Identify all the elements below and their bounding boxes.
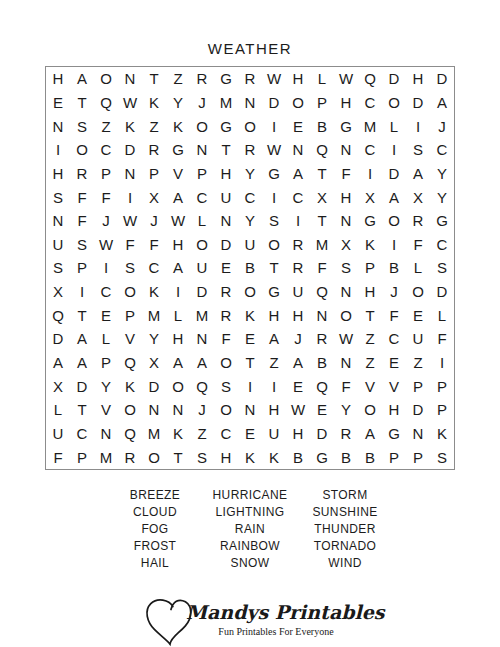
grid-cell-r3c8: G	[214, 114, 238, 138]
word-list-column-1: BREEZECLOUDFOGFROSTHAIL	[108, 487, 203, 572]
grid-cell-r10c5: K	[142, 280, 166, 304]
grid-cell-r15c10: H	[262, 398, 286, 422]
grid-cell-r11c17: L	[430, 303, 454, 327]
grid-cell-r7c14: G	[358, 209, 382, 233]
grid-cell-r16c14: A	[358, 422, 382, 446]
grid-cell-r4c14: C	[358, 138, 382, 162]
grid-cell-r3c1: N	[46, 114, 70, 138]
grid-cell-r6c6: A	[166, 185, 190, 209]
grid-cell-r12c6: H	[166, 327, 190, 351]
grid-cell-r7c3: J	[94, 209, 118, 233]
grid-cell-r11c2: T	[70, 303, 94, 327]
grid-cell-r8c12: M	[310, 233, 334, 257]
grid-cell-r17c11: B	[286, 445, 310, 469]
grid-cell-r1c10: W	[262, 67, 286, 91]
brand-logo: Mandys Printables Fun Printables For Eve…	[0, 593, 500, 647]
grid-cell-r9c13: S	[334, 256, 358, 280]
grid-cell-r15c12: E	[310, 398, 334, 422]
grid-cell-r5c8: H	[214, 162, 238, 186]
grid-cell-r16c11: H	[286, 422, 310, 446]
grid-cell-r12c11: J	[286, 327, 310, 351]
grid-cell-r11c9: K	[238, 303, 262, 327]
grid-cell-r3c6: K	[166, 114, 190, 138]
grid-cell-r8c4: F	[118, 233, 142, 257]
grid-cell-r13c8: O	[214, 351, 238, 375]
grid-cell-r4c8: T	[214, 138, 238, 162]
grid-cell-r15c2: T	[70, 398, 94, 422]
grid-cell-r7c9: Y	[238, 209, 262, 233]
grid-cell-r9c5: C	[142, 256, 166, 280]
grid-cell-r8c10: O	[262, 233, 286, 257]
grid-cell-r1c13: W	[334, 67, 358, 91]
grid-cell-r6c8: U	[214, 185, 238, 209]
grid-cell-r8c7: O	[190, 233, 214, 257]
grid-cell-r15c11: W	[286, 398, 310, 422]
grid-cell-r8c13: X	[334, 233, 358, 257]
grid-cell-r14c7: Q	[190, 374, 214, 398]
word-frost: FROST	[108, 538, 203, 555]
grid-cell-r10c14: H	[358, 280, 382, 304]
grid-cell-r2c1: E	[46, 91, 70, 115]
grid-cell-r15c17: P	[430, 398, 454, 422]
grid-cell-r14c6: O	[166, 374, 190, 398]
grid-cell-r15c1: L	[46, 398, 70, 422]
grid-cell-r14c16: P	[406, 374, 430, 398]
grid-cell-r3c3: Z	[94, 114, 118, 138]
grid-cell-r5c2: R	[70, 162, 94, 186]
grid-cell-r3c14: M	[358, 114, 382, 138]
grid-cell-r16c7: Z	[190, 422, 214, 446]
grid-cell-r10c1: X	[46, 280, 70, 304]
word-rain: RAIN	[203, 521, 298, 538]
grid-cell-r6c16: X	[406, 185, 430, 209]
word-list-column-3: STORMSUNSHINETHUNDERTORNADOWIND	[298, 487, 393, 572]
grid-cell-r12c12: R	[310, 327, 334, 351]
grid-cell-r11c14: T	[358, 303, 382, 327]
grid-cell-r5c6: V	[166, 162, 190, 186]
grid-cell-r2c13: H	[334, 91, 358, 115]
word-storm: STORM	[298, 487, 393, 504]
grid-cell-r14c11: E	[286, 374, 310, 398]
grid-cell-r11c7: M	[190, 303, 214, 327]
grid-cell-r13c4: Q	[118, 351, 142, 375]
grid-cell-r17c8: H	[214, 445, 238, 469]
grid-cell-r4c13: N	[334, 138, 358, 162]
grid-cell-r13c15: E	[382, 351, 406, 375]
grid-cell-r11c8: R	[214, 303, 238, 327]
grid-cell-r7c13: N	[334, 209, 358, 233]
grid-cell-r17c6: T	[166, 445, 190, 469]
grid-cell-r3c2: S	[70, 114, 94, 138]
grid-cell-r10c3: C	[94, 280, 118, 304]
grid-cell-r5c1: H	[46, 162, 70, 186]
word-thunder: THUNDER	[298, 521, 393, 538]
grid-cell-r6c4: I	[118, 185, 142, 209]
grid-cell-r2c11: O	[286, 91, 310, 115]
grid-cell-r12c2: A	[70, 327, 94, 351]
grid-cell-r16c6: K	[166, 422, 190, 446]
grid-cell-r16c1: U	[46, 422, 70, 446]
grid-cell-r13c6: A	[166, 351, 190, 375]
grid-cell-r4c16: S	[406, 138, 430, 162]
grid-cell-r14c17: P	[430, 374, 454, 398]
grid-cell-r6c11: C	[286, 185, 310, 209]
grid-cell-r16c13: R	[334, 422, 358, 446]
grid-cell-r16c2: C	[70, 422, 94, 446]
grid-cell-r3c5: Z	[142, 114, 166, 138]
grid-cell-r13c13: N	[334, 351, 358, 375]
grid-cell-r9c10: T	[262, 256, 286, 280]
grid-cell-r11c3: E	[94, 303, 118, 327]
grid-cell-r14c4: K	[118, 374, 142, 398]
word-search-grid: HAONTZRGRWHLWQDHDETQWKYJMNDOPHCODANSZKZK…	[45, 66, 455, 470]
grid-cell-r5c16: A	[406, 162, 430, 186]
grid-cell-r7c16: R	[406, 209, 430, 233]
grid-cell-r16c10: U	[262, 422, 286, 446]
grid-cell-r12c7: N	[190, 327, 214, 351]
grid-cell-r1c11: H	[286, 67, 310, 91]
brand-name: Mandys Printables	[186, 601, 385, 623]
grid-cell-r15c3: V	[94, 398, 118, 422]
grid-cell-r1c3: O	[94, 67, 118, 91]
grid-cell-r7c15: O	[382, 209, 406, 233]
grid-cell-r7c5: J	[142, 209, 166, 233]
grid-cell-r9c1: S	[46, 256, 70, 280]
grid-cell-r4c6: G	[166, 138, 190, 162]
grid-cell-r4c11: N	[286, 138, 310, 162]
word-hurricane: HURRICANE	[203, 487, 298, 504]
grid-cell-r12c5: Y	[142, 327, 166, 351]
grid-cell-r6c1: S	[46, 185, 70, 209]
grid-cell-r9c8: E	[214, 256, 238, 280]
grid-cell-r6c17: Y	[430, 185, 454, 209]
grid-cell-r4c5: R	[142, 138, 166, 162]
grid-cell-r15c8: O	[214, 398, 238, 422]
grid-cell-r14c14: V	[358, 374, 382, 398]
grid-cell-r4c17: C	[430, 138, 454, 162]
grid-cell-r10c7: D	[190, 280, 214, 304]
grid-cell-r16c12: D	[310, 422, 334, 446]
grid-cell-r10c9: O	[238, 280, 262, 304]
grid-cell-r13c3: P	[94, 351, 118, 375]
grid-cell-r5c4: N	[118, 162, 142, 186]
grid-cell-r9c14: P	[358, 256, 382, 280]
grid-cell-r8c17: C	[430, 233, 454, 257]
grid-cell-r5c17: Y	[430, 162, 454, 186]
grid-cell-r4c15: I	[382, 138, 406, 162]
grid-cell-r3c15: L	[382, 114, 406, 138]
grid-cell-r7c10: S	[262, 209, 286, 233]
grid-cell-r9c2: P	[70, 256, 94, 280]
grid-cell-r17c2: P	[70, 445, 94, 469]
grid-cell-r14c9: I	[238, 374, 262, 398]
grid-cell-r17c10: K	[262, 445, 286, 469]
grid-cell-r7c11: I	[286, 209, 310, 233]
grid-cell-r9c3: I	[94, 256, 118, 280]
grid-cell-r6c10: I	[262, 185, 286, 209]
grid-cell-r5c7: P	[190, 162, 214, 186]
grid-cell-r10c2: I	[70, 280, 94, 304]
grid-cell-r10c12: Q	[310, 280, 334, 304]
grid-cell-r17c16: P	[406, 445, 430, 469]
grid-cell-r6c12: X	[310, 185, 334, 209]
grid-cell-r17c15: P	[382, 445, 406, 469]
grid-cell-r17c7: S	[190, 445, 214, 469]
word-breeze: BREEZE	[108, 487, 203, 504]
word-wind: WIND	[298, 555, 393, 572]
grid-cell-r16c4: Q	[118, 422, 142, 446]
word-cloud: CLOUD	[108, 504, 203, 521]
grid-cell-r7c12: T	[310, 209, 334, 233]
grid-cell-r10c17: D	[430, 280, 454, 304]
grid-cell-r13c9: T	[238, 351, 262, 375]
grid-cell-r1c12: L	[310, 67, 334, 91]
grid-cell-r3c13: G	[334, 114, 358, 138]
grid-cell-r15c13: Y	[334, 398, 358, 422]
grid-cell-r2c12: P	[310, 91, 334, 115]
word-search-page: WEATHER HAONTZRGRWHLWQDHDETQWKYJMNDOPHCO…	[0, 0, 500, 647]
grid-cell-r2c8: M	[214, 91, 238, 115]
grid-cell-r17c9: K	[238, 445, 262, 469]
grid-cell-r2c16: D	[406, 91, 430, 115]
grid-cell-r12c8: F	[214, 327, 238, 351]
grid-cell-r8c6: H	[166, 233, 190, 257]
grid-cell-r5c5: P	[142, 162, 166, 186]
grid-cell-r5c3: P	[94, 162, 118, 186]
grid-cell-r14c12: Q	[310, 374, 334, 398]
grid-cell-r5c9: Y	[238, 162, 262, 186]
grid-cell-r7c8: N	[214, 209, 238, 233]
grid-cell-r6c5: X	[142, 185, 166, 209]
grid-cell-r12c10: A	[262, 327, 286, 351]
grid-cell-r13c17: I	[430, 351, 454, 375]
grid-cell-r3c12: B	[310, 114, 334, 138]
grid-cell-r2c15: O	[382, 91, 406, 115]
grid-cell-r1c5: T	[142, 67, 166, 91]
grid-cell-r6c9: C	[238, 185, 262, 209]
grid-cell-r12c14: Z	[358, 327, 382, 351]
grid-cell-r14c13: F	[334, 374, 358, 398]
grid-cell-r17c3: M	[94, 445, 118, 469]
grid-cell-r14c10: I	[262, 374, 286, 398]
grid-cell-r6c2: F	[70, 185, 94, 209]
grid-cell-r11c10: H	[262, 303, 286, 327]
grid-cell-r3c16: I	[406, 114, 430, 138]
grid-cell-r9c16: L	[406, 256, 430, 280]
grid-cell-r11c12: N	[310, 303, 334, 327]
grid-cell-r1c8: G	[214, 67, 238, 91]
grid-cell-r9c7: U	[190, 256, 214, 280]
grid-cell-r8c11: R	[286, 233, 310, 257]
grid-cell-r5c10: G	[262, 162, 286, 186]
grid-cell-r7c2: F	[70, 209, 94, 233]
grid-cell-r16c8: C	[214, 422, 238, 446]
grid-cell-r15c14: O	[358, 398, 382, 422]
grid-cell-r13c10: Z	[262, 351, 286, 375]
grid-cell-r6c3: F	[94, 185, 118, 209]
grid-cell-r2c6: Y	[166, 91, 190, 115]
grid-cell-r1c2: A	[70, 67, 94, 91]
grid-cell-r8c14: K	[358, 233, 382, 257]
grid-cell-r10c11: U	[286, 280, 310, 304]
grid-cell-r16c16: N	[406, 422, 430, 446]
grid-cell-r17c14: B	[358, 445, 382, 469]
grid-cell-r9c15: B	[382, 256, 406, 280]
grid-cell-r17c12: G	[310, 445, 334, 469]
grid-cell-r10c16: O	[406, 280, 430, 304]
grid-cell-r13c16: Z	[406, 351, 430, 375]
grid-cell-r15c9: N	[238, 398, 262, 422]
grid-cell-r10c15: J	[382, 280, 406, 304]
grid-cell-r12c17: F	[430, 327, 454, 351]
grid-cell-r8c8: D	[214, 233, 238, 257]
grid-cell-r4c9: R	[238, 138, 262, 162]
grid-cell-r14c1: X	[46, 374, 70, 398]
grid-cell-r14c2: D	[70, 374, 94, 398]
grid-cell-r7c7: L	[190, 209, 214, 233]
grid-cell-r3c7: O	[190, 114, 214, 138]
grid-cell-r15c5: N	[142, 398, 166, 422]
grid-cell-r10c8: R	[214, 280, 238, 304]
grid-cell-r9c12: F	[310, 256, 334, 280]
grid-cell-r2c9: N	[238, 91, 262, 115]
word-hail: HAIL	[108, 555, 203, 572]
grid-cell-r4c3: C	[94, 138, 118, 162]
word-sunshine: SUNSHINE	[298, 504, 393, 521]
grid-cell-r12c16: U	[406, 327, 430, 351]
grid-cell-r7c4: W	[118, 209, 142, 233]
grid-cell-r1c9: R	[238, 67, 262, 91]
grid-cell-r14c3: Y	[94, 374, 118, 398]
grid-cell-r4c2: O	[70, 138, 94, 162]
grid-cell-r1c7: R	[190, 67, 214, 91]
grid-cell-r5c15: D	[382, 162, 406, 186]
grid-cell-r17c4: R	[118, 445, 142, 469]
grid-cell-r10c4: O	[118, 280, 142, 304]
grid-cell-r7c6: W	[166, 209, 190, 233]
grid-cell-r12c15: C	[382, 327, 406, 351]
grid-cell-r11c6: L	[166, 303, 190, 327]
grid-cell-r2c17: A	[430, 91, 454, 115]
grid-cell-r2c2: T	[70, 91, 94, 115]
grid-cell-r11c15: F	[382, 303, 406, 327]
grid-cell-r10c10: G	[262, 280, 286, 304]
grid-cell-r10c6: I	[166, 280, 190, 304]
grid-cell-r2c10: D	[262, 91, 286, 115]
grid-cell-r8c9: U	[238, 233, 262, 257]
grid-cell-r13c5: X	[142, 351, 166, 375]
grid-cell-r4c12: Q	[310, 138, 334, 162]
grid-cell-r9c4: S	[118, 256, 142, 280]
grid-cell-r7c1: N	[46, 209, 70, 233]
grid-cell-r17c1: F	[46, 445, 70, 469]
grid-cell-r14c8: S	[214, 374, 238, 398]
grid-cell-r3c10: I	[262, 114, 286, 138]
grid-cell-r17c5: O	[142, 445, 166, 469]
grid-cell-r8c16: F	[406, 233, 430, 257]
grid-cell-r11c16: E	[406, 303, 430, 327]
grid-cell-r1c16: H	[406, 67, 430, 91]
grid-cell-r1c15: D	[382, 67, 406, 91]
grid-cell-r9c6: A	[166, 256, 190, 280]
grid-cell-r12c13: W	[334, 327, 358, 351]
grid-cell-r13c2: A	[70, 351, 94, 375]
grid-cell-r12c3: L	[94, 327, 118, 351]
grid-cell-r13c12: B	[310, 351, 334, 375]
grid-cell-r1c14: Q	[358, 67, 382, 91]
word-tornado: TORNADO	[298, 538, 393, 555]
grid-cell-r16c5: M	[142, 422, 166, 446]
grid-cell-r17c13: B	[334, 445, 358, 469]
grid-cell-r16c15: G	[382, 422, 406, 446]
grid-cell-r11c5: M	[142, 303, 166, 327]
grid-cell-r7c17: G	[430, 209, 454, 233]
grid-cell-r9c17: S	[430, 256, 454, 280]
grid-cell-r1c17: D	[430, 67, 454, 91]
grid-cell-r5c11: A	[286, 162, 310, 186]
grid-cell-r6c15: A	[382, 185, 406, 209]
grid-cell-r15c7: J	[190, 398, 214, 422]
grid-cell-r11c11: H	[286, 303, 310, 327]
grid-cell-r3c17: J	[430, 114, 454, 138]
grid-cell-r2c3: Q	[94, 91, 118, 115]
word-fog: FOG	[108, 521, 203, 538]
grid-cell-r15c6: N	[166, 398, 190, 422]
grid-cell-r5c13: F	[334, 162, 358, 186]
grid-cell-r3c4: K	[118, 114, 142, 138]
grid-cell-r5c14: I	[358, 162, 382, 186]
grid-cell-r4c1: I	[46, 138, 70, 162]
puzzle-title: WEATHER	[0, 40, 500, 57]
grid-cell-r15c4: O	[118, 398, 142, 422]
grid-cell-r2c5: K	[142, 91, 166, 115]
grid-cell-r10c13: N	[334, 280, 358, 304]
grid-cell-r12c4: V	[118, 327, 142, 351]
grid-cell-r2c4: W	[118, 91, 142, 115]
grid-cell-r13c11: A	[286, 351, 310, 375]
grid-cell-r9c11: R	[286, 256, 310, 280]
grid-cell-r2c7: J	[190, 91, 214, 115]
grid-cell-r16c3: N	[94, 422, 118, 446]
grid-cell-r15c16: D	[406, 398, 430, 422]
grid-cell-r8c15: I	[382, 233, 406, 257]
grid-cell-r11c1: Q	[46, 303, 70, 327]
grid-cell-r1c4: N	[118, 67, 142, 91]
word-list-column-2: HURRICANELIGHTNINGRAINRAINBOWSNOW	[203, 487, 298, 572]
grid-cell-r8c3: W	[94, 233, 118, 257]
grid-cell-r14c5: D	[142, 374, 166, 398]
grid-cell-r1c6: Z	[166, 67, 190, 91]
grid-cell-r12c1: D	[46, 327, 70, 351]
grid-cell-r8c2: S	[70, 233, 94, 257]
grid-cell-r8c5: F	[142, 233, 166, 257]
grid-cell-r6c14: X	[358, 185, 382, 209]
grid-cell-r16c9: E	[238, 422, 262, 446]
grid-cell-r5c12: T	[310, 162, 334, 186]
grid-cell-r3c9: O	[238, 114, 262, 138]
grid-cell-r16c17: K	[430, 422, 454, 446]
grid-cell-r13c1: A	[46, 351, 70, 375]
word-rainbow: RAINBOW	[203, 538, 298, 555]
grid-cell-r12c9: E	[238, 327, 262, 351]
grid-cell-r14c15: V	[382, 374, 406, 398]
grid-cell-r17c17: S	[430, 445, 454, 469]
grid-cell-r9c9: B	[238, 256, 262, 280]
grid-cell-r3c11: E	[286, 114, 310, 138]
grid-cell-r1c1: H	[46, 67, 70, 91]
grid-cell-r13c7: A	[190, 351, 214, 375]
grid-cell-r13c14: Z	[358, 351, 382, 375]
